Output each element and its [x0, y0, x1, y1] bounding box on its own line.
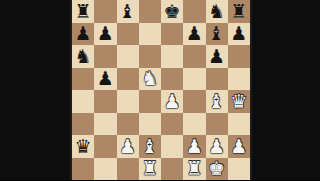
piece-white-pawn[interactable]: ♟	[186, 136, 203, 155]
piece-black-king[interactable]: ♚	[164, 1, 181, 20]
square-b5[interactable]: ♟	[94, 68, 116, 91]
piece-black-pawn[interactable]: ♟	[97, 24, 114, 43]
square-h5[interactable]	[228, 68, 250, 91]
piece-white-bishop[interactable]: ♝	[208, 91, 225, 110]
piece-black-pawn[interactable]: ♟	[208, 46, 225, 65]
square-a2[interactable]: ♛	[72, 135, 94, 158]
piece-white-rook[interactable]: ♜	[141, 159, 158, 178]
square-h4[interactable]: ♛	[228, 90, 250, 113]
square-b4[interactable]	[94, 90, 116, 113]
square-f4[interactable]	[183, 90, 205, 113]
piece-white-king[interactable]: ♚	[208, 159, 225, 178]
square-g4[interactable]: ♝	[206, 90, 228, 113]
piece-white-pawn[interactable]: ♟	[119, 136, 136, 155]
piece-black-knight[interactable]: ♞	[75, 46, 92, 65]
square-h2[interactable]: ♟	[228, 135, 250, 158]
piece-white-pawn[interactable]: ♟	[164, 91, 181, 110]
piece-black-pawn[interactable]: ♟	[97, 69, 114, 88]
square-a7[interactable]: ♟	[72, 23, 94, 46]
square-d5[interactable]: ♞	[139, 68, 161, 91]
square-h6[interactable]	[228, 45, 250, 68]
square-h7[interactable]: ♟	[228, 23, 250, 46]
chess-board: ♜♝♚♞♜♟♟♟♝♟♞♟♟♞♟♝♛♛♟♝♟♟♟♜♜♚	[72, 0, 250, 180]
square-d1[interactable]: ♜	[139, 158, 161, 181]
square-d4[interactable]	[139, 90, 161, 113]
square-h1[interactable]	[228, 158, 250, 181]
square-f2[interactable]: ♟	[183, 135, 205, 158]
square-g7[interactable]: ♝	[206, 23, 228, 46]
piece-black-bishop[interactable]: ♝	[119, 1, 136, 20]
square-c2[interactable]: ♟	[117, 135, 139, 158]
piece-black-rook[interactable]: ♜	[75, 1, 92, 20]
square-d2[interactable]: ♝	[139, 135, 161, 158]
square-c1[interactable]	[117, 158, 139, 181]
piece-black-rook[interactable]: ♜	[230, 1, 247, 20]
square-g3[interactable]	[206, 113, 228, 136]
piece-black-pawn[interactable]: ♟	[75, 24, 92, 43]
square-d3[interactable]	[139, 113, 161, 136]
square-a4[interactable]	[72, 90, 94, 113]
square-g8[interactable]: ♞	[206, 0, 228, 23]
square-h3[interactable]	[228, 113, 250, 136]
square-f8[interactable]	[183, 0, 205, 23]
square-d7[interactable]	[139, 23, 161, 46]
piece-white-queen[interactable]: ♛	[230, 91, 247, 110]
square-c6[interactable]	[117, 45, 139, 68]
piece-white-pawn[interactable]: ♟	[230, 136, 247, 155]
square-a8[interactable]: ♜	[72, 0, 94, 23]
piece-white-rook[interactable]: ♜	[186, 159, 203, 178]
square-b8[interactable]	[94, 0, 116, 23]
square-d6[interactable]	[139, 45, 161, 68]
square-f5[interactable]	[183, 68, 205, 91]
square-e8[interactable]: ♚	[161, 0, 183, 23]
square-b6[interactable]	[94, 45, 116, 68]
square-b7[interactable]: ♟	[94, 23, 116, 46]
square-f3[interactable]	[183, 113, 205, 136]
piece-black-pawn[interactable]: ♟	[230, 24, 247, 43]
square-c4[interactable]	[117, 90, 139, 113]
piece-black-queen[interactable]: ♛	[75, 136, 92, 155]
piece-black-knight[interactable]: ♞	[208, 1, 225, 20]
square-e3[interactable]	[161, 113, 183, 136]
square-g2[interactable]: ♟	[206, 135, 228, 158]
square-c8[interactable]: ♝	[117, 0, 139, 23]
piece-black-pawn[interactable]: ♟	[186, 24, 203, 43]
square-a6[interactable]: ♞	[72, 45, 94, 68]
square-a3[interactable]	[72, 113, 94, 136]
square-g5[interactable]	[206, 68, 228, 91]
square-b3[interactable]	[94, 113, 116, 136]
square-g1[interactable]: ♚	[206, 158, 228, 181]
piece-white-bishop[interactable]: ♝	[141, 136, 158, 155]
app-screen: ♜♝♚♞♜♟♟♟♝♟♞♟♟♞♟♝♛♛♟♝♟♟♟♜♜♚	[0, 0, 320, 180]
square-c5[interactable]	[117, 68, 139, 91]
square-a1[interactable]	[72, 158, 94, 181]
square-f7[interactable]: ♟	[183, 23, 205, 46]
square-h8[interactable]: ♜	[228, 0, 250, 23]
square-c3[interactable]	[117, 113, 139, 136]
square-g6[interactable]: ♟	[206, 45, 228, 68]
piece-black-bishop[interactable]: ♝	[208, 24, 225, 43]
square-b1[interactable]	[94, 158, 116, 181]
square-d8[interactable]	[139, 0, 161, 23]
square-e5[interactable]	[161, 68, 183, 91]
square-b2[interactable]	[94, 135, 116, 158]
square-e7[interactable]	[161, 23, 183, 46]
square-e2[interactable]	[161, 135, 183, 158]
square-f1[interactable]: ♜	[183, 158, 205, 181]
square-e1[interactable]	[161, 158, 183, 181]
square-e6[interactable]	[161, 45, 183, 68]
piece-white-pawn[interactable]: ♟	[208, 136, 225, 155]
piece-white-knight[interactable]: ♞	[141, 69, 158, 88]
square-a5[interactable]	[72, 68, 94, 91]
square-e4[interactable]: ♟	[161, 90, 183, 113]
square-f6[interactable]	[183, 45, 205, 68]
square-c7[interactable]	[117, 23, 139, 46]
